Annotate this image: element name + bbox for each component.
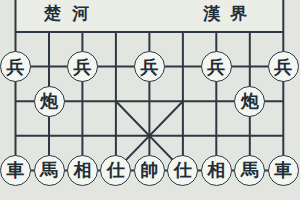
empty-point-2-5 bbox=[166, 84, 199, 119]
empty-point-3-0 bbox=[0, 118, 32, 153]
point-1-4: 兵 bbox=[133, 49, 166, 84]
point-4-3: 仕 bbox=[99, 153, 132, 188]
piece-馬[interactable]: 馬 bbox=[34, 155, 65, 186]
point-1-0: 兵 bbox=[0, 49, 32, 84]
empty-point-2-4 bbox=[133, 84, 166, 119]
point-4-2: 相 bbox=[66, 153, 99, 188]
empty-point-2-6 bbox=[200, 84, 233, 119]
piece-兵[interactable]: 兵 bbox=[201, 51, 232, 82]
empty-point-0-2 bbox=[66, 15, 99, 50]
point-1-2: 兵 bbox=[66, 49, 99, 84]
piece-相[interactable]: 相 bbox=[67, 155, 98, 186]
empty-point-3-1 bbox=[32, 118, 65, 153]
piece-兵[interactable]: 兵 bbox=[268, 51, 299, 82]
piece-車[interactable]: 車 bbox=[0, 155, 31, 186]
empty-point-0-8 bbox=[267, 15, 300, 50]
empty-point-0-5 bbox=[166, 15, 199, 50]
empty-point-0-1 bbox=[32, 15, 65, 50]
point-1-8: 兵 bbox=[267, 49, 300, 84]
empty-point-2-2 bbox=[66, 84, 99, 119]
piece-相[interactable]: 相 bbox=[201, 155, 232, 186]
empty-point-3-2 bbox=[66, 118, 99, 153]
empty-point-3-7 bbox=[233, 118, 266, 153]
point-4-6: 相 bbox=[200, 153, 233, 188]
empty-point-0-7 bbox=[233, 15, 266, 50]
empty-point-3-4 bbox=[133, 118, 166, 153]
piece-炮[interactable]: 炮 bbox=[34, 86, 65, 117]
piece-帥[interactable]: 帥 bbox=[134, 155, 165, 186]
board-grid: 兵兵兵兵兵炮炮車馬相仕帥仕相馬車 bbox=[0, 15, 300, 188]
empty-point-1-5 bbox=[166, 49, 199, 84]
piece-仕[interactable]: 仕 bbox=[100, 155, 131, 186]
piece-炮[interactable]: 炮 bbox=[234, 86, 265, 117]
empty-point-0-0 bbox=[0, 15, 32, 50]
point-4-1: 馬 bbox=[32, 153, 65, 188]
empty-point-2-0 bbox=[0, 84, 32, 119]
point-1-6: 兵 bbox=[200, 49, 233, 84]
point-2-1: 炮 bbox=[32, 84, 65, 119]
empty-point-1-7 bbox=[233, 49, 266, 84]
point-4-5: 仕 bbox=[166, 153, 199, 188]
empty-point-0-3 bbox=[99, 15, 132, 50]
empty-point-1-3 bbox=[99, 49, 132, 84]
piece-馬[interactable]: 馬 bbox=[234, 155, 265, 186]
piece-兵[interactable]: 兵 bbox=[134, 51, 165, 82]
piece-仕[interactable]: 仕 bbox=[167, 155, 198, 186]
piece-兵[interactable]: 兵 bbox=[67, 51, 98, 82]
point-2-7: 炮 bbox=[233, 84, 266, 119]
point-4-8: 車 bbox=[267, 153, 300, 188]
empty-point-0-4 bbox=[133, 15, 166, 50]
point-4-0: 車 bbox=[0, 153, 32, 188]
empty-point-3-6 bbox=[200, 118, 233, 153]
piece-車[interactable]: 車 bbox=[268, 155, 299, 186]
empty-point-0-6 bbox=[200, 15, 233, 50]
xiangqi-board: 楚河 漢界 兵兵兵兵兵炮炮車馬相仕帥仕相馬車 bbox=[0, 0, 300, 200]
empty-point-2-8 bbox=[267, 84, 300, 119]
point-4-4: 帥 bbox=[133, 153, 166, 188]
point-4-7: 馬 bbox=[233, 153, 266, 188]
empty-point-2-3 bbox=[99, 84, 132, 119]
empty-point-3-3 bbox=[99, 118, 132, 153]
piece-兵[interactable]: 兵 bbox=[0, 51, 31, 82]
empty-point-3-5 bbox=[166, 118, 199, 153]
empty-point-3-8 bbox=[267, 118, 300, 153]
empty-point-1-1 bbox=[32, 49, 65, 84]
